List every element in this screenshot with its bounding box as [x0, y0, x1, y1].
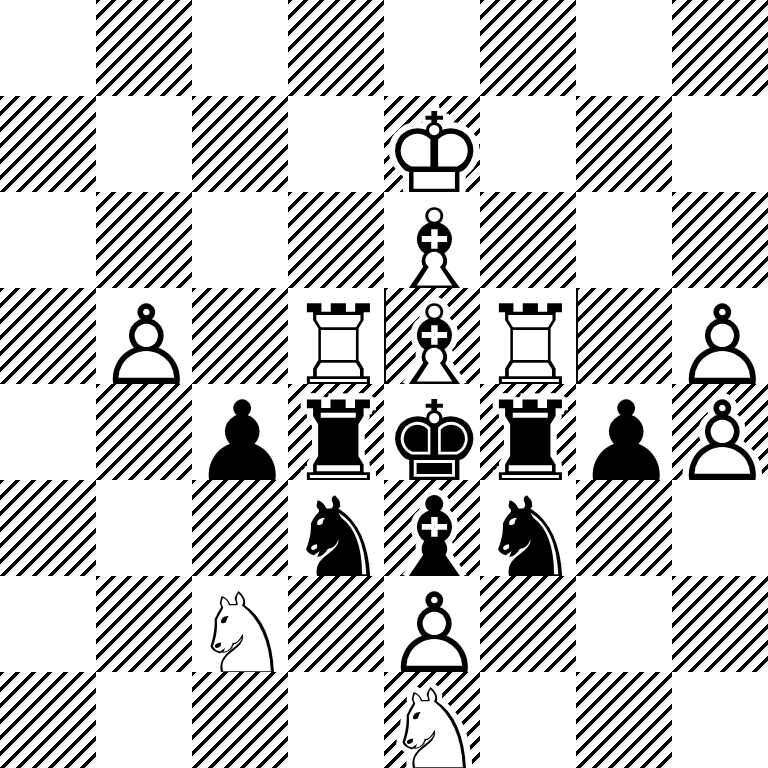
square-c3[interactable] [192, 480, 288, 576]
square-h1[interactable] [672, 672, 768, 768]
square-b4[interactable] [96, 384, 192, 480]
white-knight-e1: ♞♘ [384, 672, 480, 768]
square-d1[interactable] [288, 672, 384, 768]
square-c1[interactable] [192, 672, 288, 768]
square-a4[interactable] [0, 384, 96, 480]
square-d5[interactable]: ♜♖ [288, 288, 384, 384]
square-g7[interactable] [576, 96, 672, 192]
square-b5[interactable]: ♟♙ [96, 288, 192, 384]
square-e5[interactable]: ♝♗ [384, 288, 480, 384]
white-king-e7: ♚♔ [384, 96, 480, 192]
square-e6[interactable]: ♝♗ [384, 192, 480, 288]
white-pawn-h4: ♟♙ [672, 384, 768, 480]
white-rook-d5: ♜♖ [288, 288, 384, 384]
square-a1[interactable] [0, 672, 96, 768]
white-bishop-e5: ♝♗ [384, 288, 480, 384]
square-f3[interactable]: ♞♞ [480, 480, 576, 576]
square-c4[interactable]: ♟♟ [192, 384, 288, 480]
square-c7[interactable] [192, 96, 288, 192]
board-grid: ♚♔♝♗♟♙♜♖♝♗♜♖♟♙♟♟♜♜♚♚♜♜♟♟♟♙♞♞♝♝♞♞♞♘♟♙♞♘ [0, 0, 768, 768]
square-c6[interactable] [192, 192, 288, 288]
square-a8[interactable] [0, 0, 96, 96]
white-bishop-e6: ♝♗ [384, 192, 480, 288]
square-g8[interactable] [576, 0, 672, 96]
square-e4[interactable]: ♚♚ [384, 384, 480, 480]
square-d8[interactable] [288, 0, 384, 96]
square-b1[interactable] [96, 672, 192, 768]
square-a6[interactable] [0, 192, 96, 288]
square-g5[interactable] [576, 288, 672, 384]
square-e7[interactable]: ♚♔ [384, 96, 480, 192]
square-e3[interactable]: ♝♝ [384, 480, 480, 576]
black-pawn-g4: ♟♟ [576, 384, 672, 480]
square-d2[interactable] [288, 576, 384, 672]
square-h4[interactable]: ♟♙ [672, 384, 768, 480]
square-e8[interactable] [384, 0, 480, 96]
mark-line-e5-left [384, 289, 386, 383]
square-e2[interactable]: ♟♙ [384, 576, 480, 672]
square-d4[interactable]: ♜♜ [288, 384, 384, 480]
white-pawn-h5: ♟♙ [672, 288, 768, 384]
square-g3[interactable] [576, 480, 672, 576]
square-a3[interactable] [0, 480, 96, 576]
square-a5[interactable] [0, 288, 96, 384]
square-f6[interactable] [480, 192, 576, 288]
white-pawn-b5: ♟♙ [96, 288, 192, 384]
square-f5[interactable]: ♜♖ [480, 288, 576, 384]
square-h5[interactable]: ♟♙ [672, 288, 768, 384]
square-d7[interactable] [288, 96, 384, 192]
square-f8[interactable] [480, 0, 576, 96]
square-h2[interactable] [672, 576, 768, 672]
square-b3[interactable] [96, 480, 192, 576]
square-g1[interactable] [576, 672, 672, 768]
black-rook-f4: ♜♜ [480, 384, 576, 480]
square-d3[interactable]: ♞♞ [288, 480, 384, 576]
square-b7[interactable] [96, 96, 192, 192]
square-c2[interactable]: ♞♘ [192, 576, 288, 672]
black-bishop-e3: ♝♝ [384, 480, 480, 576]
white-knight-c2: ♞♘ [192, 576, 288, 672]
square-f4[interactable]: ♜♜ [480, 384, 576, 480]
black-king-e4: ♚♚ [384, 384, 480, 480]
white-pawn-e2: ♟♙ [384, 576, 480, 672]
square-g6[interactable] [576, 192, 672, 288]
square-c5[interactable] [192, 288, 288, 384]
square-a7[interactable] [0, 96, 96, 192]
square-g4[interactable]: ♟♟ [576, 384, 672, 480]
white-knight-halo: ♞ [384, 674, 484, 768]
square-h8[interactable] [672, 0, 768, 96]
square-f2[interactable] [480, 576, 576, 672]
white-rook-f5: ♜♖ [480, 288, 576, 384]
square-h7[interactable] [672, 96, 768, 192]
square-h3[interactable] [672, 480, 768, 576]
square-b2[interactable] [96, 576, 192, 672]
square-c8[interactable] [192, 0, 288, 96]
square-f1[interactable] [480, 672, 576, 768]
square-f7[interactable] [480, 96, 576, 192]
white-knight-icon: ♘ [384, 674, 484, 768]
square-g2[interactable] [576, 576, 672, 672]
square-b8[interactable] [96, 0, 192, 96]
square-e1[interactable]: ♞♘ [384, 672, 480, 768]
square-d6[interactable] [288, 192, 384, 288]
square-h6[interactable] [672, 192, 768, 288]
black-knight-f3: ♞♞ [480, 480, 576, 576]
black-rook-d4: ♜♜ [288, 384, 384, 480]
mark-line-g5-left [576, 289, 578, 383]
chess-board: ♚♔♝♗♟♙♜♖♝♗♜♖♟♙♟♟♜♜♚♚♜♜♟♟♟♙♞♞♝♝♞♞♞♘♟♙♞♘ [0, 0, 768, 768]
black-pawn-c4: ♟♟ [192, 384, 288, 480]
square-a2[interactable] [0, 576, 96, 672]
black-knight-d3: ♞♞ [288, 480, 384, 576]
square-b6[interactable] [96, 192, 192, 288]
